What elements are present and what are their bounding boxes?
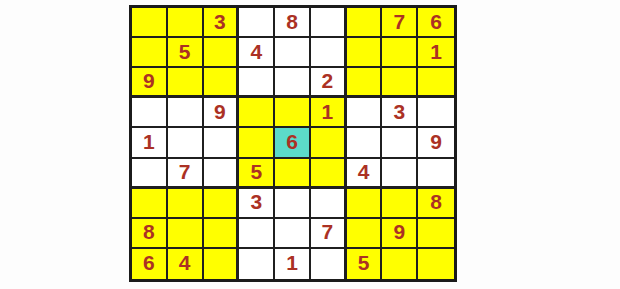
cell-r3c9[interactable]: [418, 68, 454, 98]
cell-r1c6[interactable]: [311, 8, 347, 38]
cell-r4c4[interactable]: [239, 98, 275, 128]
cell-r9c4[interactable]: [239, 249, 275, 279]
cell-r8c4[interactable]: [239, 219, 275, 249]
cell-r1c8[interactable]: 7: [382, 8, 418, 38]
cell-r2c5[interactable]: [275, 38, 311, 68]
cell-r5c4[interactable]: [239, 128, 275, 158]
cell-r6c9[interactable]: [418, 159, 454, 189]
cell-r5c2[interactable]: [168, 128, 204, 158]
cell-r9c7[interactable]: 5: [347, 249, 383, 279]
cell-value: 9: [393, 221, 405, 242]
cell-r9c3[interactable]: [204, 249, 240, 279]
cell-value: 6: [143, 252, 155, 273]
cell-r3c2[interactable]: [168, 68, 204, 98]
cell-r5c3[interactable]: [204, 128, 240, 158]
cell-r1c4[interactable]: [239, 8, 275, 38]
cell-value: 2: [321, 70, 333, 91]
cell-value: 5: [250, 161, 262, 182]
cell-value: 7: [393, 11, 405, 32]
cell-r8c5[interactable]: [275, 219, 311, 249]
cell-r3c4[interactable]: [239, 68, 275, 98]
cell-r9c6[interactable]: [311, 249, 347, 279]
cell-r6c4[interactable]: 5: [239, 159, 275, 189]
cell-r7c4[interactable]: 3: [239, 189, 275, 219]
cell-r8c8[interactable]: 9: [382, 219, 418, 249]
cell-r6c2[interactable]: 7: [168, 159, 204, 189]
cell-value: 6: [286, 131, 298, 152]
cell-value: 4: [358, 161, 370, 182]
cell-r3c5[interactable]: [275, 68, 311, 98]
cell-r8c2[interactable]: [168, 219, 204, 249]
page-background: 387654192913169754388796415: [0, 0, 620, 289]
cell-value: 8: [430, 191, 442, 212]
cell-r9c9[interactable]: [418, 249, 454, 279]
cell-r1c5[interactable]: 8: [275, 8, 311, 38]
cell-value: 1: [430, 41, 442, 62]
cell-r1c9[interactable]: 6: [418, 8, 454, 38]
cell-value: 8: [286, 11, 298, 32]
cell-r7c8[interactable]: [382, 189, 418, 219]
cell-r5c9[interactable]: 9: [418, 128, 454, 158]
cell-r2c6[interactable]: [311, 38, 347, 68]
cell-r5c6[interactable]: [311, 128, 347, 158]
cell-value: 9: [143, 70, 155, 91]
cell-r2c7[interactable]: [347, 38, 383, 68]
cell-r5c8[interactable]: [382, 128, 418, 158]
cell-r4c7[interactable]: [347, 98, 383, 128]
cell-r7c2[interactable]: [168, 189, 204, 219]
cell-r6c5[interactable]: [275, 159, 311, 189]
cell-value: 7: [321, 221, 333, 242]
cell-r6c6[interactable]: [311, 159, 347, 189]
cell-r2c2[interactable]: 5: [168, 38, 204, 68]
cell-r1c3[interactable]: 3: [204, 8, 240, 38]
cell-value: 9: [430, 131, 442, 152]
cell-r4c2[interactable]: [168, 98, 204, 128]
cell-r5c7[interactable]: [347, 128, 383, 158]
cell-r5c5[interactable]: 6: [275, 128, 311, 158]
cell-value: 3: [250, 191, 262, 212]
sudoku-board: 387654192913169754388796415: [129, 5, 457, 282]
cell-value: 6: [430, 11, 442, 32]
cell-r8c9[interactable]: [418, 219, 454, 249]
cell-r3c3[interactable]: [204, 68, 240, 98]
cell-r7c5[interactable]: [275, 189, 311, 219]
cell-r2c3[interactable]: [204, 38, 240, 68]
cell-r9c5[interactable]: 1: [275, 249, 311, 279]
cell-r5c1[interactable]: 1: [132, 128, 168, 158]
cell-value: 7: [179, 161, 191, 182]
cell-value: 3: [214, 11, 226, 32]
cell-value: 8: [143, 221, 155, 242]
cell-r8c7[interactable]: [347, 219, 383, 249]
cell-r7c3[interactable]: [204, 189, 240, 219]
cell-r1c7[interactable]: [347, 8, 383, 38]
cell-r2c4[interactable]: 4: [239, 38, 275, 68]
cell-r9c1[interactable]: 6: [132, 249, 168, 279]
cell-r3c7[interactable]: [347, 68, 383, 98]
cell-r2c9[interactable]: 1: [418, 38, 454, 68]
cell-r2c8[interactable]: [382, 38, 418, 68]
cell-r6c3[interactable]: [204, 159, 240, 189]
cell-r4c6[interactable]: 1: [311, 98, 347, 128]
cell-value: 4: [250, 41, 262, 62]
cell-r7c7[interactable]: [347, 189, 383, 219]
cell-r9c8[interactable]: [382, 249, 418, 279]
cell-value: 9: [214, 101, 226, 122]
cell-r3c8[interactable]: [382, 68, 418, 98]
cell-r8c3[interactable]: [204, 219, 240, 249]
cell-r9c2[interactable]: 4: [168, 249, 204, 279]
cell-r1c2[interactable]: [168, 8, 204, 38]
cell-r7c9[interactable]: 8: [418, 189, 454, 219]
cell-r6c1[interactable]: [132, 159, 168, 189]
cell-r6c8[interactable]: [382, 159, 418, 189]
cell-r2c1[interactable]: [132, 38, 168, 68]
cell-value: 5: [179, 41, 191, 62]
cell-value: 1: [321, 101, 333, 122]
cell-value: 1: [143, 131, 155, 152]
cell-value: 3: [393, 101, 405, 122]
cell-r7c1[interactable]: [132, 189, 168, 219]
cell-value: 1: [286, 252, 298, 273]
cell-r4c3[interactable]: 9: [204, 98, 240, 128]
cell-r8c6[interactable]: 7: [311, 219, 347, 249]
cell-r3c6[interactable]: 2: [311, 68, 347, 98]
cell-r6c7[interactable]: 4: [347, 159, 383, 189]
cell-r4c5[interactable]: [275, 98, 311, 128]
cell-r1c1[interactable]: [132, 8, 168, 38]
cell-value: 4: [179, 252, 191, 273]
cell-value: 5: [358, 252, 370, 273]
cell-r4c9[interactable]: [418, 98, 454, 128]
cell-r4c8[interactable]: 3: [382, 98, 418, 128]
cell-r7c6[interactable]: [311, 189, 347, 219]
cell-r8c1[interactable]: 8: [132, 219, 168, 249]
cell-r4c1[interactable]: [132, 98, 168, 128]
cell-r3c1[interactable]: 9: [132, 68, 168, 98]
